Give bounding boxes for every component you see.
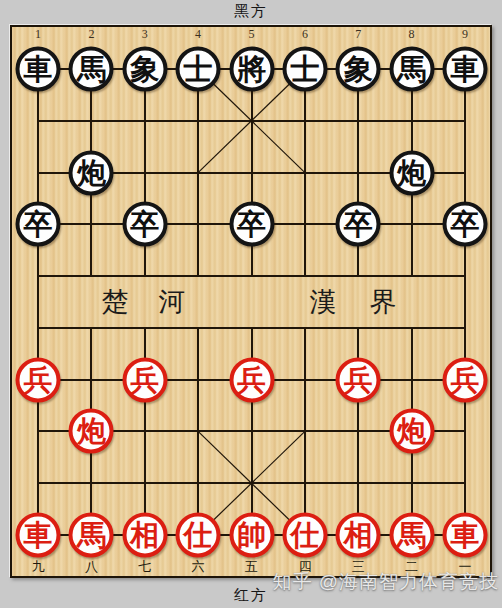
xiangqi-board[interactable]: 123456789 楚河漢界 九八七六五四三二一 車馬象士將士象馬車炮炮卒卒卒卒… (10, 25, 492, 578)
file-number-bottom: 七 (138, 560, 151, 573)
piece-red-chariot[interactable]: 車 (16, 513, 61, 558)
file-number-top: 2 (88, 28, 94, 40)
piece-black-cannon[interactable]: 炮 (389, 150, 434, 195)
piece-red-elephant[interactable]: 相 (336, 513, 381, 558)
piece-red-soldier[interactable]: 兵 (229, 357, 274, 402)
piece-black-soldier[interactable]: 卒 (443, 202, 488, 247)
file-number-top: 7 (355, 28, 361, 40)
file-number-top: 4 (195, 28, 201, 40)
file-number-bottom: 九 (32, 560, 45, 573)
piece-black-general[interactable]: 將 (229, 47, 274, 92)
piece-red-advisor[interactable]: 仕 (282, 513, 327, 558)
piece-red-soldier[interactable]: 兵 (122, 357, 167, 402)
file-number-top: 5 (249, 28, 255, 40)
board-grid-lines (12, 27, 490, 576)
piece-red-soldier[interactable]: 兵 (16, 357, 61, 402)
river-char: 界 (370, 289, 397, 316)
file-number-top: 3 (142, 28, 148, 40)
piece-black-advisor[interactable]: 士 (282, 47, 327, 92)
piece-black-horse[interactable]: 馬 (69, 47, 114, 92)
piece-red-general[interactable]: 帥 (229, 513, 274, 558)
piece-black-cannon[interactable]: 炮 (69, 150, 114, 195)
file-number-top: 9 (462, 28, 468, 40)
file-number-top: 6 (302, 28, 308, 40)
piece-red-horse[interactable]: 馬 (389, 513, 434, 558)
piece-black-horse[interactable]: 馬 (389, 47, 434, 92)
piece-black-soldier[interactable]: 卒 (336, 202, 381, 247)
piece-red-soldier[interactable]: 兵 (443, 357, 488, 402)
piece-black-soldier[interactable]: 卒 (122, 202, 167, 247)
piece-red-chariot[interactable]: 車 (443, 513, 488, 558)
piece-black-soldier[interactable]: 卒 (229, 202, 274, 247)
piece-black-advisor[interactable]: 士 (176, 47, 221, 92)
piece-red-advisor[interactable]: 仕 (176, 513, 221, 558)
file-number-bottom: 六 (192, 560, 205, 573)
piece-red-cannon[interactable]: 炮 (389, 409, 434, 454)
file-number-bottom: 八 (85, 560, 98, 573)
piece-red-cannon[interactable]: 炮 (69, 409, 114, 454)
piece-black-elephant[interactable]: 象 (336, 47, 381, 92)
piece-black-elephant[interactable]: 象 (122, 47, 167, 92)
piece-red-horse[interactable]: 馬 (69, 513, 114, 558)
black-side-label: 黑方 (0, 2, 502, 21)
piece-red-elephant[interactable]: 相 (122, 513, 167, 558)
page: 黑方 123456789 楚河漢界 九八七六五四三二一 車馬象士將士象馬車炮炮卒… (0, 0, 502, 608)
file-number-bottom: 五 (245, 560, 258, 573)
river-char: 楚 (102, 289, 129, 316)
piece-red-soldier[interactable]: 兵 (336, 357, 381, 402)
file-number-top: 1 (35, 28, 41, 40)
river-char: 漢 (310, 289, 337, 316)
file-number-top: 8 (409, 28, 415, 40)
river-char: 河 (159, 289, 186, 316)
watermark: 知乎 @海南智力体育竞技 (272, 569, 499, 595)
piece-black-soldier[interactable]: 卒 (16, 202, 61, 247)
piece-black-chariot[interactable]: 車 (16, 47, 61, 92)
piece-black-chariot[interactable]: 車 (443, 47, 488, 92)
